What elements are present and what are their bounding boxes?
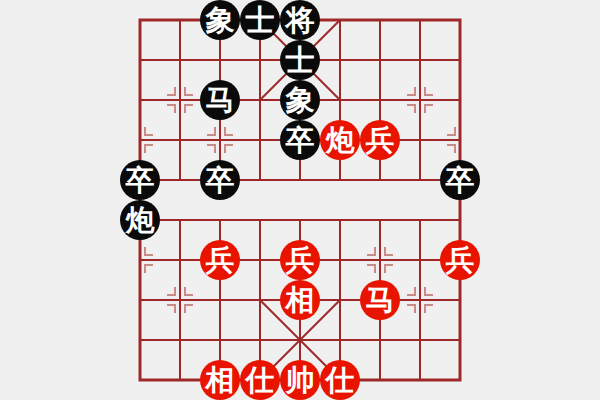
piece-red-horse[interactable]: 马	[360, 280, 400, 320]
piece-red-soldier[interactable]: 兵	[200, 240, 240, 280]
piece-red-soldier[interactable]: 兵	[440, 240, 480, 280]
piece-black-elephant[interactable]: 象	[200, 0, 240, 40]
piece-black-soldier[interactable]: 卒	[280, 120, 320, 160]
piece-black-advisor[interactable]: 士	[240, 0, 280, 40]
piece-red-general[interactable]: 帅	[280, 360, 320, 400]
piece-black-cannon[interactable]: 炮	[120, 200, 160, 240]
piece-black-soldier[interactable]: 卒	[120, 160, 160, 200]
piece-red-soldier[interactable]: 兵	[280, 240, 320, 280]
piece-black-horse[interactable]: 马	[200, 80, 240, 120]
piece-black-elephant[interactable]: 象	[280, 80, 320, 120]
piece-red-advisor[interactable]: 仕	[320, 360, 360, 400]
piece-red-elephant[interactable]: 相	[200, 360, 240, 400]
piece-black-soldier[interactable]: 卒	[440, 160, 480, 200]
xiangqi-screenshot: 象士将士象马卒卒卒卒炮炮兵兵兵兵相马相仕帅仕	[0, 0, 600, 400]
piece-black-advisor[interactable]: 士	[280, 40, 320, 80]
piece-red-elephant[interactable]: 相	[280, 280, 320, 320]
piece-black-soldier[interactable]: 卒	[200, 160, 240, 200]
piece-red-soldier[interactable]: 兵	[360, 120, 400, 160]
piece-red-cannon[interactable]: 炮	[320, 120, 360, 160]
piece-black-general[interactable]: 将	[280, 0, 320, 40]
piece-red-advisor[interactable]: 仕	[240, 360, 280, 400]
pieces-layer: 象士将士象马卒卒卒卒炮炮兵兵兵兵相马相仕帅仕	[120, 0, 480, 400]
